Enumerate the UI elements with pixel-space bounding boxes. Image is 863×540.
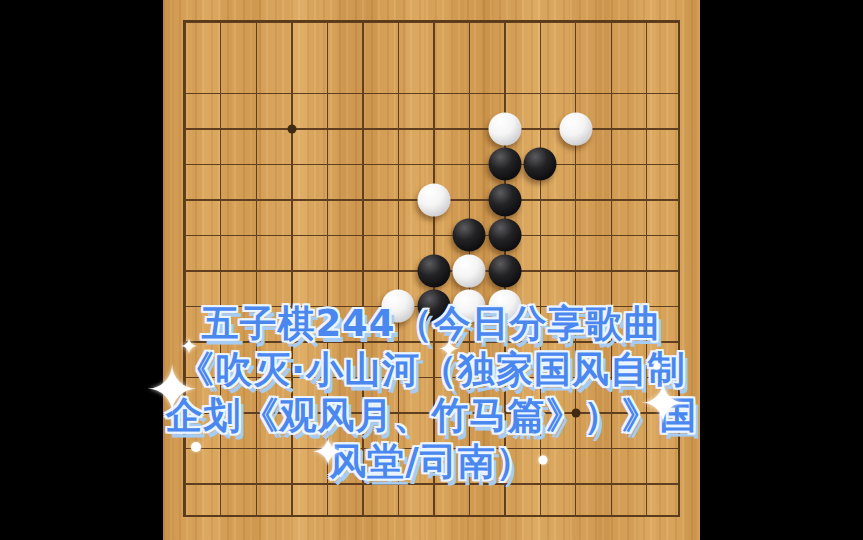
sparkle-icon: ✦ [438,336,460,362]
video-title-overlay: 五子棋244（今日分享歌曲 《吹灭·小山河（独家国风自制 企划《观风月、竹马篇》… [0,301,863,485]
video-frame: 五子棋244（今日分享歌曲 《吹灭·小山河（独家国风自制 企划《观风月、竹马篇》… [0,0,863,540]
stone-white [453,254,486,287]
title-line-2: 《吹灭·小山河（独家国风自制 [0,347,863,393]
star-point [287,124,296,133]
sparkle-dot [654,363,661,370]
stone-black [488,219,521,252]
title-line-4: 风堂/司南） [0,439,863,485]
sparkle-dot [539,456,548,465]
stone-black [488,148,521,181]
stone-black [488,254,521,287]
stone-black [453,219,486,252]
sparkle-icon: ✦ [640,376,687,432]
sparkle-icon: ✦ [145,358,199,422]
sparkle-dot [191,442,201,452]
stone-black [524,148,557,181]
stone-white [488,112,521,145]
sparkle-icon: ✦ [311,432,345,472]
title-line-3: 企划《观风月、竹马篇》）》国 [0,393,863,439]
title-line-1: 五子棋244（今日分享歌曲 [0,301,863,347]
stone-white [559,112,592,145]
stone-black [488,183,521,216]
sparkle-icon: ✦ [180,336,198,358]
stone-white [417,183,450,216]
stone-black [417,254,450,287]
